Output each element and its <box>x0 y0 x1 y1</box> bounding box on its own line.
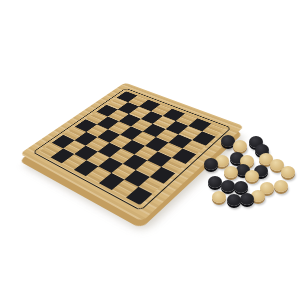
checker-black <box>208 176 222 188</box>
checker-light <box>245 170 259 182</box>
checker-light <box>233 140 247 152</box>
checker-light <box>281 166 295 178</box>
board-inner-outline <box>32 88 231 211</box>
checker-light <box>212 191 226 203</box>
checker-black <box>240 193 254 205</box>
checker-black <box>227 194 241 206</box>
checker-black <box>234 181 248 193</box>
checkers-board <box>20 82 245 221</box>
checker-light <box>224 166 238 178</box>
checker-black <box>204 158 218 170</box>
checker-light <box>274 180 288 192</box>
checker-black <box>221 180 235 192</box>
product-photo <box>0 0 300 300</box>
